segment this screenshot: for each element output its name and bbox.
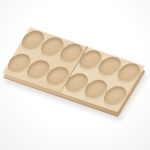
photo-background [0, 0, 150, 150]
